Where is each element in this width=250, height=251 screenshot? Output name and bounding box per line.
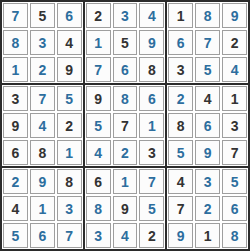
cell-r5c8[interactable]: 6 [195, 113, 220, 138]
cell-r8c1[interactable]: 4 [3, 196, 28, 221]
cell-r3c3[interactable]: 9 [57, 57, 82, 82]
cell-r2c3[interactable]: 4 [57, 30, 82, 55]
cell-r4c5[interactable]: 8 [113, 86, 138, 111]
cell-r8c5[interactable]: 9 [113, 196, 138, 221]
cell-r4c4[interactable]: 9 [86, 86, 111, 111]
cell-r6c2[interactable]: 8 [30, 140, 55, 165]
cell-r1c5[interactable]: 3 [113, 3, 138, 28]
box-3: 189672354 [167, 2, 248, 83]
cell-r9c7[interactable]: 9 [168, 223, 193, 248]
cell-r5c5[interactable]: 7 [113, 113, 138, 138]
cell-r3c2[interactable]: 2 [30, 57, 55, 82]
cell-r3c7[interactable]: 3 [168, 57, 193, 82]
cell-r7c4[interactable]: 6 [86, 169, 111, 194]
cell-r3c8[interactable]: 5 [195, 57, 220, 82]
cell-r2c7[interactable]: 6 [168, 30, 193, 55]
cell-r8c7[interactable]: 7 [168, 196, 193, 221]
cell-r5c4[interactable]: 5 [86, 113, 111, 138]
cell-r9c8[interactable]: 1 [195, 223, 220, 248]
cell-r9c2[interactable]: 6 [30, 223, 55, 248]
cell-r6c1[interactable]: 6 [3, 140, 28, 165]
cell-r2c5[interactable]: 5 [113, 30, 138, 55]
cell-r1c3[interactable]: 6 [57, 3, 82, 28]
cell-r9c9[interactable]: 8 [222, 223, 247, 248]
cell-r6c7[interactable]: 5 [168, 140, 193, 165]
cell-r4c1[interactable]: 3 [3, 86, 28, 111]
cell-r5c6[interactable]: 1 [139, 113, 164, 138]
cell-r7c6[interactable]: 7 [139, 169, 164, 194]
cell-r1c9[interactable]: 9 [222, 3, 247, 28]
cell-r8c8[interactable]: 2 [195, 196, 220, 221]
cell-r5c7[interactable]: 8 [168, 113, 193, 138]
cell-r2c9[interactable]: 2 [222, 30, 247, 55]
cell-r9c5[interactable]: 4 [113, 223, 138, 248]
cell-r8c6[interactable]: 5 [139, 196, 164, 221]
cell-r1c1[interactable]: 7 [3, 3, 28, 28]
cell-r3c4[interactable]: 7 [86, 57, 111, 82]
cell-r5c2[interactable]: 4 [30, 113, 55, 138]
cell-r5c9[interactable]: 3 [222, 113, 247, 138]
cell-r6c9[interactable]: 7 [222, 140, 247, 165]
cell-r3c1[interactable]: 1 [3, 57, 28, 82]
cell-r5c3[interactable]: 2 [57, 113, 82, 138]
cell-r1c2[interactable]: 5 [30, 3, 55, 28]
box-7: 298413567 [2, 168, 83, 249]
cell-r7c5[interactable]: 1 [113, 169, 138, 194]
cell-r7c2[interactable]: 9 [30, 169, 55, 194]
box-4: 375942681 [2, 85, 83, 166]
cell-r2c1[interactable]: 8 [3, 30, 28, 55]
cell-r7c8[interactable]: 3 [195, 169, 220, 194]
cell-r7c1[interactable]: 2 [3, 169, 28, 194]
cell-r9c4[interactable]: 3 [86, 223, 111, 248]
cell-r3c5[interactable]: 6 [113, 57, 138, 82]
cell-r2c8[interactable]: 7 [195, 30, 220, 55]
cell-r4c9[interactable]: 1 [222, 86, 247, 111]
cell-r7c3[interactable]: 8 [57, 169, 82, 194]
cell-r8c3[interactable]: 3 [57, 196, 82, 221]
cell-r1c8[interactable]: 8 [195, 3, 220, 28]
cell-r1c7[interactable]: 1 [168, 3, 193, 28]
cell-r2c4[interactable]: 1 [86, 30, 111, 55]
cell-r2c2[interactable]: 3 [30, 30, 55, 55]
cell-r2c6[interactable]: 9 [139, 30, 164, 55]
cell-r4c2[interactable]: 7 [30, 86, 55, 111]
sudoku-board: 7568341292341597681896723543759426819865… [0, 0, 250, 251]
cell-r7c7[interactable]: 4 [168, 169, 193, 194]
cell-r1c4[interactable]: 2 [86, 3, 111, 28]
box-9: 435726918 [167, 168, 248, 249]
box-1: 756834129 [2, 2, 83, 83]
cell-r7c9[interactable]: 5 [222, 169, 247, 194]
box-6: 241863597 [167, 85, 248, 166]
cell-r1c6[interactable]: 4 [139, 3, 164, 28]
cell-r8c4[interactable]: 8 [86, 196, 111, 221]
cell-r6c5[interactable]: 2 [113, 140, 138, 165]
box-8: 617895342 [85, 168, 166, 249]
cell-r6c8[interactable]: 9 [195, 140, 220, 165]
cell-r4c7[interactable]: 2 [168, 86, 193, 111]
cell-r8c9[interactable]: 6 [222, 196, 247, 221]
cell-r9c1[interactable]: 5 [3, 223, 28, 248]
cell-r6c4[interactable]: 4 [86, 140, 111, 165]
cell-r4c3[interactable]: 5 [57, 86, 82, 111]
cell-r5c1[interactable]: 9 [3, 113, 28, 138]
cell-r6c6[interactable]: 3 [139, 140, 164, 165]
cell-r6c3[interactable]: 1 [57, 140, 82, 165]
cell-r9c3[interactable]: 7 [57, 223, 82, 248]
cell-r4c6[interactable]: 6 [139, 86, 164, 111]
box-2: 234159768 [85, 2, 166, 83]
cell-r4c8[interactable]: 4 [195, 86, 220, 111]
cell-r9c6[interactable]: 2 [139, 223, 164, 248]
box-5: 986571423 [85, 85, 166, 166]
cell-r8c2[interactable]: 1 [30, 196, 55, 221]
cell-r3c6[interactable]: 8 [139, 57, 164, 82]
cell-r3c9[interactable]: 4 [222, 57, 247, 82]
